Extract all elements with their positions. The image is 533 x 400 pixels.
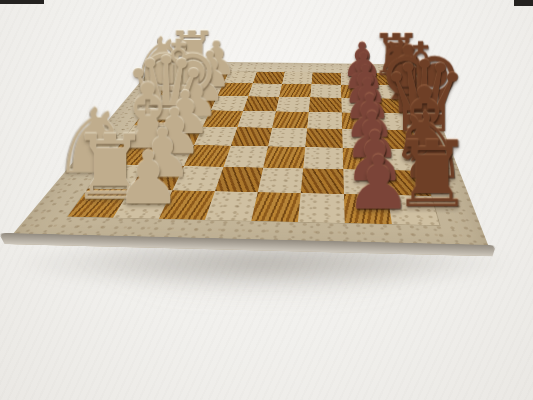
square-e6 [307, 112, 342, 129]
square-h5 [282, 72, 313, 84]
square-f6 [309, 97, 342, 112]
square-a4 [205, 191, 258, 221]
square-c6 [303, 147, 343, 169]
photo-background: ♜♟♟♜♞♟♟♞♝♟♟♝♚♟♟♚♛♟♟♛♝♟♟♝♞♟♟♞♜♟♟♜ [0, 0, 533, 400]
square-g5 [279, 84, 311, 98]
piece-black-rook-a8: ♜ [391, 129, 438, 220]
square-h6 [311, 73, 341, 85]
square-g4 [248, 83, 282, 96]
square-d5 [268, 128, 307, 147]
square-c4 [224, 146, 268, 168]
square-b4 [215, 167, 263, 192]
square-c5 [263, 146, 305, 168]
square-h3 [224, 71, 257, 83]
piece-white-pawn-a2: ♟ [115, 140, 161, 214]
square-g6 [310, 84, 341, 98]
square-f5 [276, 97, 310, 112]
square-b5 [258, 168, 303, 193]
square-f3 [211, 96, 249, 111]
scene: ♜♟♟♜♞♟♟♞♝♟♟♝♚♟♟♚♛♟♟♛♝♟♟♝♞♟♟♞♜♟♟♜ [64, 48, 469, 352]
square-a6 [298, 193, 345, 223]
photo-artifact-top-left [0, 0, 44, 4]
square-d6 [305, 128, 342, 147]
square-d4 [231, 127, 272, 146]
square-e5 [272, 111, 309, 128]
chess-board: ♜♟♟♜♞♟♟♞♝♟♟♝♚♟♟♚♛♟♟♛♝♟♟♝♞♟♟♞♜♟♟♜ [5, 61, 493, 256]
photo-artifact-top-right [514, 0, 533, 6]
piece-black-pawn-a7: ♟ [345, 145, 392, 220]
square-a5 [251, 192, 300, 222]
square-f4 [243, 96, 279, 111]
square-h4 [253, 72, 285, 84]
square-b6 [301, 168, 344, 194]
square-e4 [237, 111, 275, 128]
piece-white-rook-a1: ♜ [70, 124, 116, 213]
square-g3 [217, 83, 252, 96]
